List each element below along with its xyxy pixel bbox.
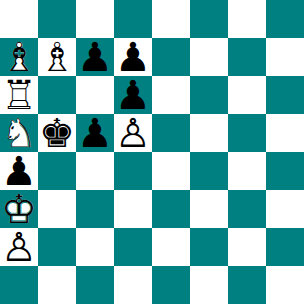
square-h7[interactable]: [266, 38, 304, 76]
square-d5[interactable]: ♟♙: [114, 114, 152, 152]
square-a3[interactable]: ♚♔: [0, 190, 38, 228]
white-bishop-a7[interactable]: ♝♗: [0, 38, 38, 76]
square-e5[interactable]: [152, 114, 190, 152]
white-pawn-a2[interactable]: ♟♙: [0, 228, 38, 266]
square-g5[interactable]: [228, 114, 266, 152]
black-pawn-d7[interactable]: ♟: [114, 38, 152, 76]
square-h2[interactable]: [266, 228, 304, 266]
square-g3[interactable]: [228, 190, 266, 228]
square-d3[interactable]: [114, 190, 152, 228]
square-d2[interactable]: [114, 228, 152, 266]
square-e8[interactable]: [152, 0, 190, 38]
square-h5[interactable]: [266, 114, 304, 152]
white-pawn-d5[interactable]: ♟♙: [114, 114, 152, 152]
white-rook-a6[interactable]: ♜♖: [0, 76, 38, 114]
square-e3[interactable]: [152, 190, 190, 228]
square-g8[interactable]: [228, 0, 266, 38]
square-a6[interactable]: ♜♖: [0, 76, 38, 114]
chess-board: ♝♗♝♗♟♟♜♖♟♞♘♚♟♟♙♟♚♔♟♙: [0, 0, 304, 304]
square-c3[interactable]: [76, 190, 114, 228]
black-king-b5[interactable]: ♚: [38, 114, 76, 152]
piece-outline: ♖: [1, 76, 37, 114]
square-a4[interactable]: ♟: [0, 152, 38, 190]
square-a8[interactable]: [0, 0, 38, 38]
square-f7[interactable]: [190, 38, 228, 76]
square-e7[interactable]: [152, 38, 190, 76]
black-pawn-d6[interactable]: ♟: [114, 76, 152, 114]
black-pawn-c7[interactable]: ♟: [76, 38, 114, 76]
square-f3[interactable]: [190, 190, 228, 228]
square-a2[interactable]: ♟♙: [0, 228, 38, 266]
square-e1[interactable]: [152, 266, 190, 304]
piece-outline: ♘: [1, 114, 37, 152]
square-g2[interactable]: [228, 228, 266, 266]
square-f2[interactable]: [190, 228, 228, 266]
square-c8[interactable]: [76, 0, 114, 38]
piece-outline: ♙: [1, 228, 37, 266]
white-bishop-b7[interactable]: ♝♗: [38, 38, 76, 76]
square-b5[interactable]: ♚: [38, 114, 76, 152]
square-f6[interactable]: [190, 76, 228, 114]
square-c1[interactable]: [76, 266, 114, 304]
square-e6[interactable]: [152, 76, 190, 114]
square-c6[interactable]: [76, 76, 114, 114]
square-c5[interactable]: ♟: [76, 114, 114, 152]
piece-outline: ♔: [1, 190, 37, 228]
square-c4[interactable]: [76, 152, 114, 190]
square-f5[interactable]: [190, 114, 228, 152]
square-g6[interactable]: [228, 76, 266, 114]
square-b7[interactable]: ♝♗: [38, 38, 76, 76]
square-e2[interactable]: [152, 228, 190, 266]
square-b3[interactable]: [38, 190, 76, 228]
white-king-a3[interactable]: ♚♔: [0, 190, 38, 228]
square-d8[interactable]: [114, 0, 152, 38]
piece-outline: ♙: [115, 114, 151, 152]
square-d7[interactable]: ♟: [114, 38, 152, 76]
square-d6[interactable]: ♟: [114, 76, 152, 114]
piece-outline: ♗: [1, 38, 37, 76]
square-b1[interactable]: [38, 266, 76, 304]
square-d1[interactable]: [114, 266, 152, 304]
square-c7[interactable]: ♟: [76, 38, 114, 76]
square-h6[interactable]: [266, 76, 304, 114]
square-d4[interactable]: [114, 152, 152, 190]
piece-outline: ♗: [39, 38, 75, 76]
square-a1[interactable]: [0, 266, 38, 304]
square-b4[interactable]: [38, 152, 76, 190]
square-g1[interactable]: [228, 266, 266, 304]
square-f8[interactable]: [190, 0, 228, 38]
square-h1[interactable]: [266, 266, 304, 304]
square-h3[interactable]: [266, 190, 304, 228]
square-g7[interactable]: [228, 38, 266, 76]
square-f4[interactable]: [190, 152, 228, 190]
square-a5[interactable]: ♞♘: [0, 114, 38, 152]
square-b2[interactable]: [38, 228, 76, 266]
square-a7[interactable]: ♝♗: [0, 38, 38, 76]
square-g4[interactable]: [228, 152, 266, 190]
square-e4[interactable]: [152, 152, 190, 190]
square-c2[interactable]: [76, 228, 114, 266]
square-h4[interactable]: [266, 152, 304, 190]
square-b8[interactable]: [38, 0, 76, 38]
black-pawn-c5[interactable]: ♟: [76, 114, 114, 152]
square-f1[interactable]: [190, 266, 228, 304]
white-knight-a5[interactable]: ♞♘: [0, 114, 38, 152]
black-pawn-a4[interactable]: ♟: [0, 152, 38, 190]
square-b6[interactable]: [38, 76, 76, 114]
square-h8[interactable]: [266, 0, 304, 38]
